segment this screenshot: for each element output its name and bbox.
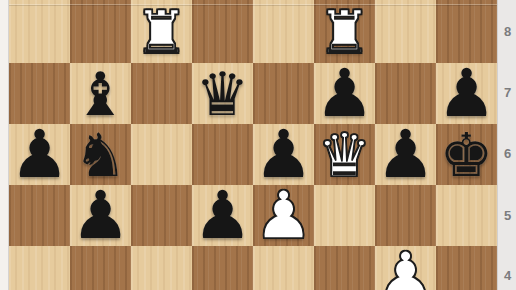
rank-label-4: 4 bbox=[498, 269, 516, 283]
piece-white-queen-f6[interactable]: ♛ bbox=[314, 124, 375, 185]
square-c8[interactable]: ♜ bbox=[131, 0, 192, 63]
square-e7[interactable] bbox=[253, 63, 314, 124]
square-a5[interactable] bbox=[9, 185, 70, 246]
piece-black-knight-b6[interactable]: ♞ bbox=[70, 124, 131, 185]
piece-white-pawn-e5[interactable]: ♟ bbox=[253, 185, 314, 246]
square-a4[interactable] bbox=[9, 246, 70, 290]
piece-black-pawn-f7[interactable]: ♟ bbox=[314, 63, 375, 124]
square-e6[interactable]: ♟ bbox=[253, 124, 314, 185]
square-h6[interactable]: ♚ bbox=[436, 124, 497, 185]
square-h8[interactable] bbox=[436, 0, 497, 63]
square-b8[interactable] bbox=[70, 0, 131, 63]
piece-white-rook-f8[interactable]: ♜ bbox=[314, 0, 375, 63]
piece-white-rook-c8[interactable]: ♜ bbox=[131, 0, 192, 63]
square-d4[interactable] bbox=[192, 246, 253, 290]
rank-label-7: 7 bbox=[498, 86, 516, 100]
square-g7[interactable] bbox=[375, 63, 436, 124]
piece-black-pawn-a6[interactable]: ♟ bbox=[9, 124, 70, 185]
square-b7[interactable]: ♝ bbox=[70, 63, 131, 124]
square-g8[interactable] bbox=[375, 0, 436, 63]
square-f7[interactable]: ♟ bbox=[314, 63, 375, 124]
square-d6[interactable] bbox=[192, 124, 253, 185]
piece-black-queen-d7[interactable]: ♛ bbox=[192, 63, 253, 124]
square-h4[interactable] bbox=[436, 246, 497, 290]
square-d7[interactable]: ♛ bbox=[192, 63, 253, 124]
square-f6[interactable]: ♛ bbox=[314, 124, 375, 185]
square-c6[interactable] bbox=[131, 124, 192, 185]
square-e5[interactable]: ♟ bbox=[253, 185, 314, 246]
square-e8[interactable] bbox=[253, 0, 314, 63]
piece-black-bishop-b7[interactable]: ♝ bbox=[70, 63, 131, 124]
page-margin-left bbox=[0, 0, 9, 290]
piece-black-pawn-g6[interactable]: ♟ bbox=[375, 124, 436, 185]
square-f5[interactable] bbox=[314, 185, 375, 246]
square-e4[interactable] bbox=[253, 246, 314, 290]
square-g4[interactable]: ♟ bbox=[375, 246, 436, 290]
square-b6[interactable]: ♞ bbox=[70, 124, 131, 185]
chess-board: ♜♜♝♛♟♟♟♞♟♛♟♚♟♟♟♟ bbox=[9, 0, 497, 290]
square-b4[interactable] bbox=[70, 246, 131, 290]
square-f8[interactable]: ♜ bbox=[314, 0, 375, 63]
square-h5[interactable] bbox=[436, 185, 497, 246]
piece-black-pawn-e6[interactable]: ♟ bbox=[253, 124, 314, 185]
rank-labels-strip: 8 7 6 5 4 bbox=[497, 0, 516, 290]
square-g5[interactable] bbox=[375, 185, 436, 246]
square-a6[interactable]: ♟ bbox=[9, 124, 70, 185]
square-a7[interactable] bbox=[9, 63, 70, 124]
square-f4[interactable] bbox=[314, 246, 375, 290]
square-b5[interactable]: ♟ bbox=[70, 185, 131, 246]
rank-label-8: 8 bbox=[498, 25, 516, 39]
piece-white-pawn-g4[interactable]: ♟ bbox=[375, 246, 436, 290]
square-g6[interactable]: ♟ bbox=[375, 124, 436, 185]
piece-black-pawn-h7[interactable]: ♟ bbox=[436, 63, 497, 124]
square-h7[interactable]: ♟ bbox=[436, 63, 497, 124]
piece-black-king-h6[interactable]: ♚ bbox=[436, 124, 497, 185]
chess-app-screenshot: ♜♜♝♛♟♟♟♞♟♛♟♚♟♟♟♟ 8 7 6 5 4 bbox=[0, 0, 516, 290]
square-a8[interactable] bbox=[9, 0, 70, 63]
square-c4[interactable] bbox=[131, 246, 192, 290]
rank-label-6: 6 bbox=[498, 147, 516, 161]
square-c5[interactable] bbox=[131, 185, 192, 246]
rank-label-5: 5 bbox=[498, 209, 516, 223]
square-c7[interactable] bbox=[131, 63, 192, 124]
square-d8[interactable] bbox=[192, 0, 253, 63]
square-d5[interactable]: ♟ bbox=[192, 185, 253, 246]
piece-black-pawn-d5[interactable]: ♟ bbox=[192, 185, 253, 246]
piece-black-pawn-b5[interactable]: ♟ bbox=[70, 185, 131, 246]
